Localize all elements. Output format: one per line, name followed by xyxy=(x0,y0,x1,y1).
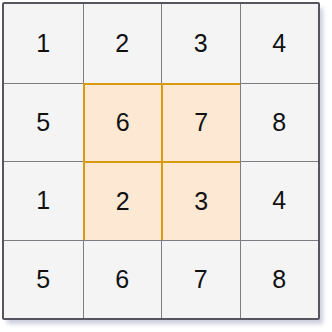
grid-cell-r4c1: 5 xyxy=(4,240,83,319)
grid-cell-r3c3-highlighted: 3 xyxy=(161,161,240,240)
grid-cell-r4c3: 7 xyxy=(161,240,240,319)
grid-cell-r1c1: 1 xyxy=(4,4,83,83)
grid-cell-r1c2: 2 xyxy=(83,4,162,83)
grid-cell-r2c3-highlighted: 7 xyxy=(161,83,240,162)
cell-value: 5 xyxy=(36,110,50,135)
grid-cell-r1c4: 4 xyxy=(240,4,319,83)
cell-value: 1 xyxy=(36,188,50,213)
cell-value: 6 xyxy=(116,110,130,135)
cell-value: 5 xyxy=(36,267,50,292)
cell-value: 2 xyxy=(116,189,130,214)
grid-cell-r3c1: 1 xyxy=(4,161,83,240)
grid-cell-r4c2: 6 xyxy=(83,240,162,319)
page: 1 2 3 4 5 6 7 8 1 2 3 4 5 6 7 8 xyxy=(0,0,332,332)
grid-cell-r1c3: 3 xyxy=(161,4,240,83)
cell-value: 3 xyxy=(194,31,208,56)
grid-cell-r3c2-highlighted: 2 xyxy=(83,161,162,240)
cell-value: 4 xyxy=(272,188,286,213)
cell-value: 8 xyxy=(272,110,286,135)
grid-cell-r2c4: 8 xyxy=(240,83,319,162)
cell-value: 7 xyxy=(194,110,208,135)
number-grid-board: 1 2 3 4 5 6 7 8 1 2 3 4 5 6 7 8 xyxy=(2,2,320,320)
grid-cell-r3c4: 4 xyxy=(240,161,319,240)
cell-value: 2 xyxy=(115,31,129,56)
cell-value: 7 xyxy=(194,267,208,292)
cell-value: 6 xyxy=(115,267,129,292)
cell-value: 8 xyxy=(272,267,286,292)
grid-cell-r4c4: 8 xyxy=(240,240,319,319)
grid-cell-r2c1: 5 xyxy=(4,83,83,162)
cell-value: 3 xyxy=(194,189,208,214)
grid-cell-r2c2-highlighted: 6 xyxy=(83,83,162,162)
cell-value: 1 xyxy=(36,31,50,56)
cell-value: 4 xyxy=(272,31,286,56)
